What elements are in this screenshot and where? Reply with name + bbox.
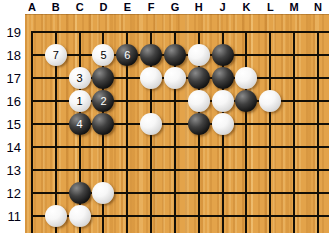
stone-J18-black[interactable] <box>212 44 234 66</box>
column-label-H: H <box>187 0 211 14</box>
intersection-J18 <box>211 44 235 67</box>
intersection-F17 <box>139 67 163 90</box>
intersection-F18 <box>139 44 163 67</box>
row-label-11: 11 <box>0 205 21 228</box>
intersection-H16 <box>187 90 211 113</box>
intersection-D18: 5 <box>92 44 116 67</box>
column-label-A: A <box>20 0 44 14</box>
intersection-D16: 2 <box>92 90 116 113</box>
intersection-H18 <box>187 44 211 67</box>
stone-G18-black[interactable] <box>164 44 186 66</box>
stone-D12-white[interactable] <box>92 182 114 204</box>
row-label-15: 15 <box>0 113 21 136</box>
stones-layer: 7563124 <box>20 21 329 228</box>
intersection-H17 <box>187 67 211 90</box>
stone-J16-white[interactable] <box>212 90 234 112</box>
column-label-B: B <box>44 0 68 14</box>
intersection-C11 <box>68 205 92 228</box>
stone-L16-white[interactable] <box>259 90 281 112</box>
stone-C15-black-move-4[interactable]: 4 <box>69 113 91 135</box>
intersection-J15 <box>211 113 235 136</box>
column-label-K: K <box>235 0 259 14</box>
stone-H16-white[interactable] <box>188 90 210 112</box>
intersection-C12 <box>68 182 92 205</box>
stone-C11-white[interactable] <box>69 205 91 227</box>
column-label-G: G <box>163 0 187 14</box>
row-labels: 191817161514131211 <box>0 21 21 228</box>
intersection-C16: 1 <box>68 90 92 113</box>
row-label-12: 12 <box>0 182 21 205</box>
intersection-B11 <box>44 205 68 228</box>
column-label-E: E <box>115 0 139 14</box>
row-label-18: 18 <box>0 44 21 67</box>
stone-B18-white-move-7[interactable]: 7 <box>45 44 67 66</box>
stone-K17-white[interactable] <box>235 67 257 89</box>
intersection-C17: 3 <box>68 67 92 90</box>
intersection-D17 <box>92 67 116 90</box>
column-label-J: J <box>211 0 235 14</box>
stone-H17-black[interactable] <box>188 67 210 89</box>
stone-C12-black[interactable] <box>69 182 91 204</box>
go-diagram: ABCDEFGHJKLMN 191817161514131211 7563124 <box>0 0 329 233</box>
intersection-J16 <box>211 90 235 113</box>
column-label-C: C <box>68 0 92 14</box>
column-label-M: M <box>282 0 306 14</box>
column-label-F: F <box>139 0 163 14</box>
stone-B11-white[interactable] <box>45 205 67 227</box>
stone-J15-white[interactable] <box>212 113 234 135</box>
intersection-F15 <box>139 113 163 136</box>
stone-D17-black[interactable] <box>92 67 114 89</box>
row-label-13: 13 <box>0 159 21 182</box>
column-label-L: L <box>258 0 282 14</box>
stone-K16-black[interactable] <box>235 90 257 112</box>
intersection-K17 <box>235 67 259 90</box>
stone-D15-black[interactable] <box>92 113 114 135</box>
stone-G17-white[interactable] <box>164 67 186 89</box>
stone-J17-black[interactable] <box>212 67 234 89</box>
stone-H15-black[interactable] <box>188 113 210 135</box>
row-label-19: 19 <box>0 21 21 44</box>
stone-H18-white[interactable] <box>188 44 210 66</box>
stone-F18-black[interactable] <box>140 44 162 66</box>
intersection-J17 <box>211 67 235 90</box>
stone-C17-white-move-3[interactable]: 3 <box>69 67 91 89</box>
row-label-17: 17 <box>0 67 21 90</box>
stone-C16-white-move-1[interactable]: 1 <box>69 90 91 112</box>
intersection-L16 <box>258 90 282 113</box>
column-label-N: N <box>306 0 329 14</box>
intersection-K16 <box>235 90 259 113</box>
column-labels: ABCDEFGHJKLMN <box>20 0 329 14</box>
row-label-16: 16 <box>0 90 21 113</box>
column-label-D: D <box>92 0 116 14</box>
intersection-D15 <box>92 113 116 136</box>
intersection-B18: 7 <box>44 44 68 67</box>
intersection-E18: 6 <box>115 44 139 67</box>
intersection-C15: 4 <box>68 113 92 136</box>
stone-F15-white[interactable] <box>140 113 162 135</box>
stone-E18-black-move-6[interactable]: 6 <box>116 44 138 66</box>
intersection-H15 <box>187 113 211 136</box>
intersection-D12 <box>92 182 116 205</box>
stone-D18-white-move-5[interactable]: 5 <box>92 44 114 66</box>
row-label-14: 14 <box>0 136 21 159</box>
intersection-G17 <box>163 67 187 90</box>
intersection-G18 <box>163 44 187 67</box>
stone-F17-white[interactable] <box>140 67 162 89</box>
stone-D16-black-move-2[interactable]: 2 <box>92 90 114 112</box>
